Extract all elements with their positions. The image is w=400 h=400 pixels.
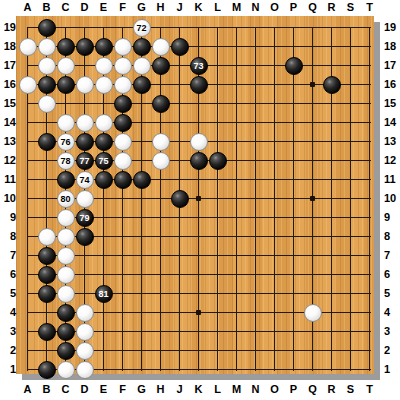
coord-label: G: [132, 383, 151, 398]
white-stone-E16: [95, 76, 113, 94]
coord-label: 13: [382, 132, 399, 151]
coord-label: S: [341, 1, 360, 16]
coord-label: 1: [382, 360, 399, 379]
white-stone-H12: [152, 152, 170, 170]
black-stone-B3: [38, 323, 56, 341]
black-stone-K12: [190, 152, 208, 170]
coord-label: 14: [0, 113, 17, 132]
white-stone-Q4: [304, 304, 322, 322]
coord-label: 2: [0, 341, 17, 360]
black-stone-P17: [285, 57, 303, 75]
coord-label: P: [284, 1, 303, 16]
coord-label: 4: [0, 303, 17, 322]
coord-label: 19: [382, 18, 399, 37]
white-stone-A16: [19, 76, 37, 94]
black-stone-H17: [152, 57, 170, 75]
black-stone-J18: [171, 38, 189, 56]
white-stone-C1: [57, 361, 75, 379]
black-stone-K17: 73: [190, 57, 208, 75]
coord-label: R: [322, 383, 341, 398]
black-stone-D8: [76, 228, 94, 246]
column-labels-top: ABCDEFGHJKLMNOPQRST: [18, 1, 379, 16]
coord-label: 15: [0, 94, 17, 113]
white-stone-D11: 74: [76, 171, 94, 189]
coord-label: E: [94, 1, 113, 16]
black-stone-D9: 79: [76, 209, 94, 227]
coord-label: 17: [382, 56, 399, 75]
white-stone-A18: [19, 38, 37, 56]
coord-label: N: [246, 1, 265, 16]
black-stone-B1: [38, 361, 56, 379]
white-stone-F17: [114, 57, 132, 75]
white-stone-F18: [114, 38, 132, 56]
black-stone-C18: [57, 38, 75, 56]
coord-label: L: [208, 1, 227, 16]
coord-label: T: [360, 383, 379, 398]
coord-label: 9: [0, 208, 17, 227]
coord-label: D: [75, 383, 94, 398]
white-stone-D10: [76, 190, 94, 208]
white-stone-C14: [57, 114, 75, 132]
white-stone-G17: [133, 57, 151, 75]
white-stone-C6: [57, 266, 75, 284]
white-stone-D2: [76, 342, 94, 360]
coord-label: M: [227, 383, 246, 398]
white-stone-C9: [57, 209, 75, 227]
coord-label: 9: [382, 208, 399, 227]
coord-label: 14: [382, 113, 399, 132]
white-stone-D1: [76, 361, 94, 379]
white-stone-C7: [57, 247, 75, 265]
coord-label: D: [75, 1, 94, 16]
coord-label: 7: [382, 246, 399, 265]
black-stone-E12: 75: [95, 152, 113, 170]
black-stone-B19: [38, 19, 56, 37]
black-stone-E18: [95, 38, 113, 56]
coord-label: F: [113, 383, 132, 398]
black-stone-D13: [76, 133, 94, 151]
coord-label: 15: [382, 94, 399, 113]
white-stone-C5: [57, 285, 75, 303]
coord-label: P: [284, 383, 303, 398]
coord-label: J: [170, 383, 189, 398]
coord-label: G: [132, 1, 151, 16]
white-stone-D3: [76, 323, 94, 341]
coord-label: C: [56, 383, 75, 398]
black-stone-C11: [57, 171, 75, 189]
white-stone-G19: 72: [133, 19, 151, 37]
black-stone-B7: [38, 247, 56, 265]
coord-label: 3: [0, 322, 17, 341]
black-stone-E11: [95, 171, 113, 189]
white-stone-E17: [95, 57, 113, 75]
coord-label: H: [151, 383, 170, 398]
coord-label: Q: [303, 1, 322, 16]
white-stone-H18: [152, 38, 170, 56]
coord-label: 1: [0, 360, 17, 379]
coord-label: 8: [382, 227, 399, 246]
coord-label: 10: [382, 189, 399, 208]
black-stone-L12: [209, 152, 227, 170]
coord-label: 12: [382, 151, 399, 170]
coord-label: 17: [0, 56, 17, 75]
coord-label: 10: [0, 189, 17, 208]
white-stone-D16: [76, 76, 94, 94]
coord-label: B: [37, 1, 56, 16]
coord-label: O: [265, 1, 284, 16]
black-stone-J10: [171, 190, 189, 208]
coord-label: 7: [0, 246, 17, 265]
coord-label: 5: [0, 284, 17, 303]
coord-label: H: [151, 1, 170, 16]
black-stone-C16: [57, 76, 75, 94]
white-stone-B15: [38, 95, 56, 113]
black-stone-D12: 77: [76, 152, 94, 170]
coord-label: Q: [303, 383, 322, 398]
coord-label: A: [18, 383, 37, 398]
white-stone-D4: [76, 304, 94, 322]
black-stone-H15: [152, 95, 170, 113]
black-stone-C4: [57, 304, 75, 322]
coord-label: L: [208, 383, 227, 398]
coord-label: R: [322, 1, 341, 16]
row-labels-right: 19181716151413121110987654321: [382, 18, 399, 379]
white-stone-F12: [114, 152, 132, 170]
coord-label: E: [94, 383, 113, 398]
star-point-Q16: [310, 82, 315, 87]
coord-label: M: [227, 1, 246, 16]
black-stone-B16: [38, 76, 56, 94]
coord-label: 6: [382, 265, 399, 284]
white-stone-F13: [114, 133, 132, 151]
coord-label: 13: [0, 132, 17, 151]
coord-label: 12: [0, 151, 17, 170]
coord-label: 19: [0, 18, 17, 37]
column-labels-bottom: ABCDEFGHJKLMNOPQRST: [18, 383, 379, 398]
row-labels-left: 19181716151413121110987654321: [0, 18, 17, 379]
black-stone-B5: [38, 285, 56, 303]
white-stone-F16: [114, 76, 132, 94]
coord-label: 11: [0, 170, 17, 189]
coord-label: J: [170, 1, 189, 16]
coord-label: F: [113, 1, 132, 16]
black-stone-E13: [95, 133, 113, 151]
coord-label: K: [189, 383, 208, 398]
white-stone-C10: 80: [57, 190, 75, 208]
white-stone-B17: [38, 57, 56, 75]
coord-label: N: [246, 383, 265, 398]
coord-label: 16: [0, 75, 17, 94]
coord-label: 3: [382, 322, 399, 341]
white-stone-D14: [76, 114, 94, 132]
white-stone-H13: [152, 133, 170, 151]
coord-label: A: [18, 1, 37, 16]
coord-label: 18: [0, 37, 17, 56]
white-stone-B8: [38, 228, 56, 246]
coord-label: T: [360, 1, 379, 16]
board-grid[interactable]: 73777579817276787480: [18, 18, 379, 379]
coord-label: 18: [382, 37, 399, 56]
black-stone-R16: [323, 76, 341, 94]
coord-label: 8: [0, 227, 17, 246]
black-stone-B13: [38, 133, 56, 151]
black-stone-K16: [190, 76, 208, 94]
white-stone-E14: [95, 114, 113, 132]
star-point-K4: [196, 310, 201, 315]
coord-label: 5: [382, 284, 399, 303]
coord-label: 6: [0, 265, 17, 284]
black-stone-F15: [114, 95, 132, 113]
black-stone-F14: [114, 114, 132, 132]
black-stone-C2: [57, 342, 75, 360]
black-stone-B6: [38, 266, 56, 284]
black-stone-G16: [133, 76, 151, 94]
go-board-diagram: 73777579817276787480 ABCDEFGHJKLMNOPQRST…: [0, 0, 400, 400]
coord-label: B: [37, 383, 56, 398]
star-point-Q10: [310, 196, 315, 201]
black-stone-G11: [133, 171, 151, 189]
coord-label: S: [341, 383, 360, 398]
coord-label: O: [265, 383, 284, 398]
star-point-K10: [196, 196, 201, 201]
white-stone-C17: [57, 57, 75, 75]
coord-label: K: [189, 1, 208, 16]
black-stone-G18: [133, 38, 151, 56]
white-stone-C8: [57, 228, 75, 246]
black-stone-D18: [76, 38, 94, 56]
white-stone-C13: 76: [57, 133, 75, 151]
coord-label: 11: [382, 170, 399, 189]
coord-label: 4: [382, 303, 399, 322]
white-stone-K13: [190, 133, 208, 151]
coord-label: C: [56, 1, 75, 16]
black-stone-E5: 81: [95, 285, 113, 303]
white-stone-C12: 78: [57, 152, 75, 170]
coord-label: 2: [382, 341, 399, 360]
coord-label: 16: [382, 75, 399, 94]
black-stone-C3: [57, 323, 75, 341]
black-stone-F11: [114, 171, 132, 189]
white-stone-B18: [38, 38, 56, 56]
